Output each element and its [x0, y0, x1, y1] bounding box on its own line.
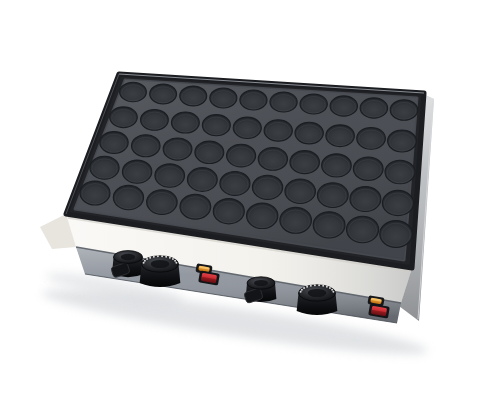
mold	[233, 117, 261, 138]
mold	[120, 82, 147, 102]
mold	[388, 130, 417, 152]
mold	[270, 92, 297, 112]
mold	[317, 183, 348, 208]
mold	[300, 94, 327, 114]
mold	[180, 194, 211, 219]
mold	[227, 144, 256, 167]
mold	[290, 151, 319, 174]
mold	[90, 156, 119, 179]
mold	[163, 138, 192, 160]
mold	[322, 154, 352, 177]
mold	[385, 160, 415, 184]
mold	[195, 141, 224, 163]
mold	[110, 107, 138, 128]
mold	[357, 127, 386, 149]
mold	[131, 135, 160, 157]
power-knob-right	[244, 277, 277, 304]
mold	[390, 100, 418, 120]
mold	[280, 207, 312, 233]
mold	[295, 122, 323, 144]
mold	[171, 112, 199, 133]
mold	[147, 190, 178, 215]
mold	[353, 157, 383, 180]
mold	[346, 216, 378, 242]
mold	[285, 179, 316, 203]
mold	[360, 98, 388, 118]
mold	[187, 168, 217, 192]
mold	[350, 187, 381, 212]
mold	[213, 199, 244, 224]
mold	[113, 185, 143, 209]
mold	[258, 147, 287, 170]
poffertjes-maker	[0, 0, 500, 400]
mold	[382, 190, 413, 215]
mold	[180, 86, 207, 106]
mold	[264, 120, 292, 141]
thermostat-knob-left	[140, 255, 181, 287]
mold	[252, 175, 282, 199]
mold	[155, 164, 185, 187]
mold	[326, 125, 355, 147]
mold	[240, 90, 267, 110]
mold	[380, 221, 412, 248]
mold	[202, 115, 230, 136]
mold	[100, 132, 128, 154]
mold	[150, 84, 177, 104]
mold	[122, 160, 151, 183]
power-knob-left	[111, 251, 144, 278]
product-photo	[0, 0, 500, 400]
thermostat-knob-right	[297, 284, 338, 315]
mold	[220, 171, 250, 195]
mold	[330, 96, 357, 116]
mold	[80, 181, 110, 205]
mold	[141, 109, 169, 130]
mold	[210, 88, 237, 108]
mold	[313, 212, 345, 238]
mold	[247, 203, 278, 229]
